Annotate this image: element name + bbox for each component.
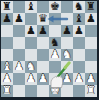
square-b5[interactable] xyxy=(13,37,25,49)
square-b3[interactable]: ♟ xyxy=(13,61,25,73)
square-d1[interactable] xyxy=(37,85,49,97)
piece-black-king[interactable]: ♚ xyxy=(50,1,60,13)
square-e7[interactable] xyxy=(49,13,61,25)
piece-white-rook[interactable]: ♜ xyxy=(2,85,12,97)
square-b6[interactable] xyxy=(13,25,25,37)
square-e4[interactable]: ♟ xyxy=(49,49,61,61)
piece-black-pawn[interactable]: ♟ xyxy=(14,13,24,25)
square-h1[interactable]: ♜ xyxy=(85,85,97,97)
piece-white-pawn[interactable]: ♟ xyxy=(26,73,36,85)
square-g5[interactable] xyxy=(73,37,85,49)
chess-board[interactable]: ♜♝♚♞♜♟♟♛♝♟♟♟♟♟♞♟♞♝♟♞♟♟♟♟♟♟♜♚♜ xyxy=(1,1,97,97)
piece-white-pawn[interactable]: ♟ xyxy=(14,61,24,73)
square-d4[interactable] xyxy=(37,49,49,61)
square-d6[interactable]: ♟ xyxy=(37,25,49,37)
square-c8[interactable]: ♝ xyxy=(25,1,37,13)
piece-black-pawn[interactable]: ♟ xyxy=(2,13,12,25)
square-d2[interactable]: ♟ xyxy=(37,73,49,85)
square-b2[interactable] xyxy=(13,73,25,85)
board-frame: ♜♝♚♞♜♟♟♛♝♟♟♟♟♟♞♟♞♝♟♞♟♟♟♟♟♟♜♚♜ xyxy=(0,0,99,100)
square-h6[interactable] xyxy=(85,25,97,37)
square-e8[interactable]: ♚ xyxy=(49,1,61,13)
square-b1[interactable] xyxy=(13,85,25,97)
piece-white-knight[interactable]: ♞ xyxy=(62,49,72,61)
square-f2[interactable]: ♟ xyxy=(61,73,73,85)
square-h7[interactable]: ♟ xyxy=(85,13,97,25)
square-e1[interactable]: ♚ xyxy=(49,85,61,97)
piece-white-pawn[interactable]: ♟ xyxy=(38,73,48,85)
square-g1[interactable] xyxy=(73,85,85,97)
square-g6[interactable]: ♟ xyxy=(73,25,85,37)
square-c2[interactable]: ♟ xyxy=(25,73,37,85)
square-a6[interactable] xyxy=(1,25,13,37)
piece-black-pawn[interactable]: ♟ xyxy=(74,25,84,37)
piece-black-pawn[interactable]: ♟ xyxy=(26,25,36,37)
square-h4[interactable] xyxy=(85,49,97,61)
piece-white-king[interactable]: ♚ xyxy=(50,85,60,97)
piece-white-pawn[interactable]: ♟ xyxy=(74,73,84,85)
square-c6[interactable]: ♟ xyxy=(25,25,37,37)
square-a5[interactable] xyxy=(1,37,13,49)
square-d5[interactable] xyxy=(37,37,49,49)
square-b7[interactable]: ♟ xyxy=(13,13,25,25)
piece-black-pawn[interactable]: ♟ xyxy=(86,13,96,25)
piece-black-pawn[interactable]: ♟ xyxy=(62,25,72,37)
piece-black-pawn[interactable]: ♟ xyxy=(38,25,48,37)
square-a1[interactable]: ♜ xyxy=(1,85,13,97)
square-a7[interactable]: ♟ xyxy=(1,13,13,25)
square-g2[interactable]: ♟ xyxy=(73,73,85,85)
square-f8[interactable] xyxy=(61,1,73,13)
piece-white-rook[interactable]: ♜ xyxy=(86,85,96,97)
piece-black-bishop[interactable]: ♝ xyxy=(26,1,36,13)
square-g4[interactable] xyxy=(73,49,85,61)
piece-white-pawn[interactable]: ♟ xyxy=(62,73,72,85)
square-c1[interactable] xyxy=(25,85,37,97)
square-f4[interactable]: ♞ xyxy=(61,49,73,61)
square-f1[interactable] xyxy=(61,85,73,97)
square-h5[interactable] xyxy=(85,37,97,49)
square-e3[interactable] xyxy=(49,61,61,73)
piece-white-pawn[interactable]: ♟ xyxy=(50,49,60,61)
square-c5[interactable] xyxy=(25,37,37,49)
square-f6[interactable]: ♟ xyxy=(61,25,73,37)
